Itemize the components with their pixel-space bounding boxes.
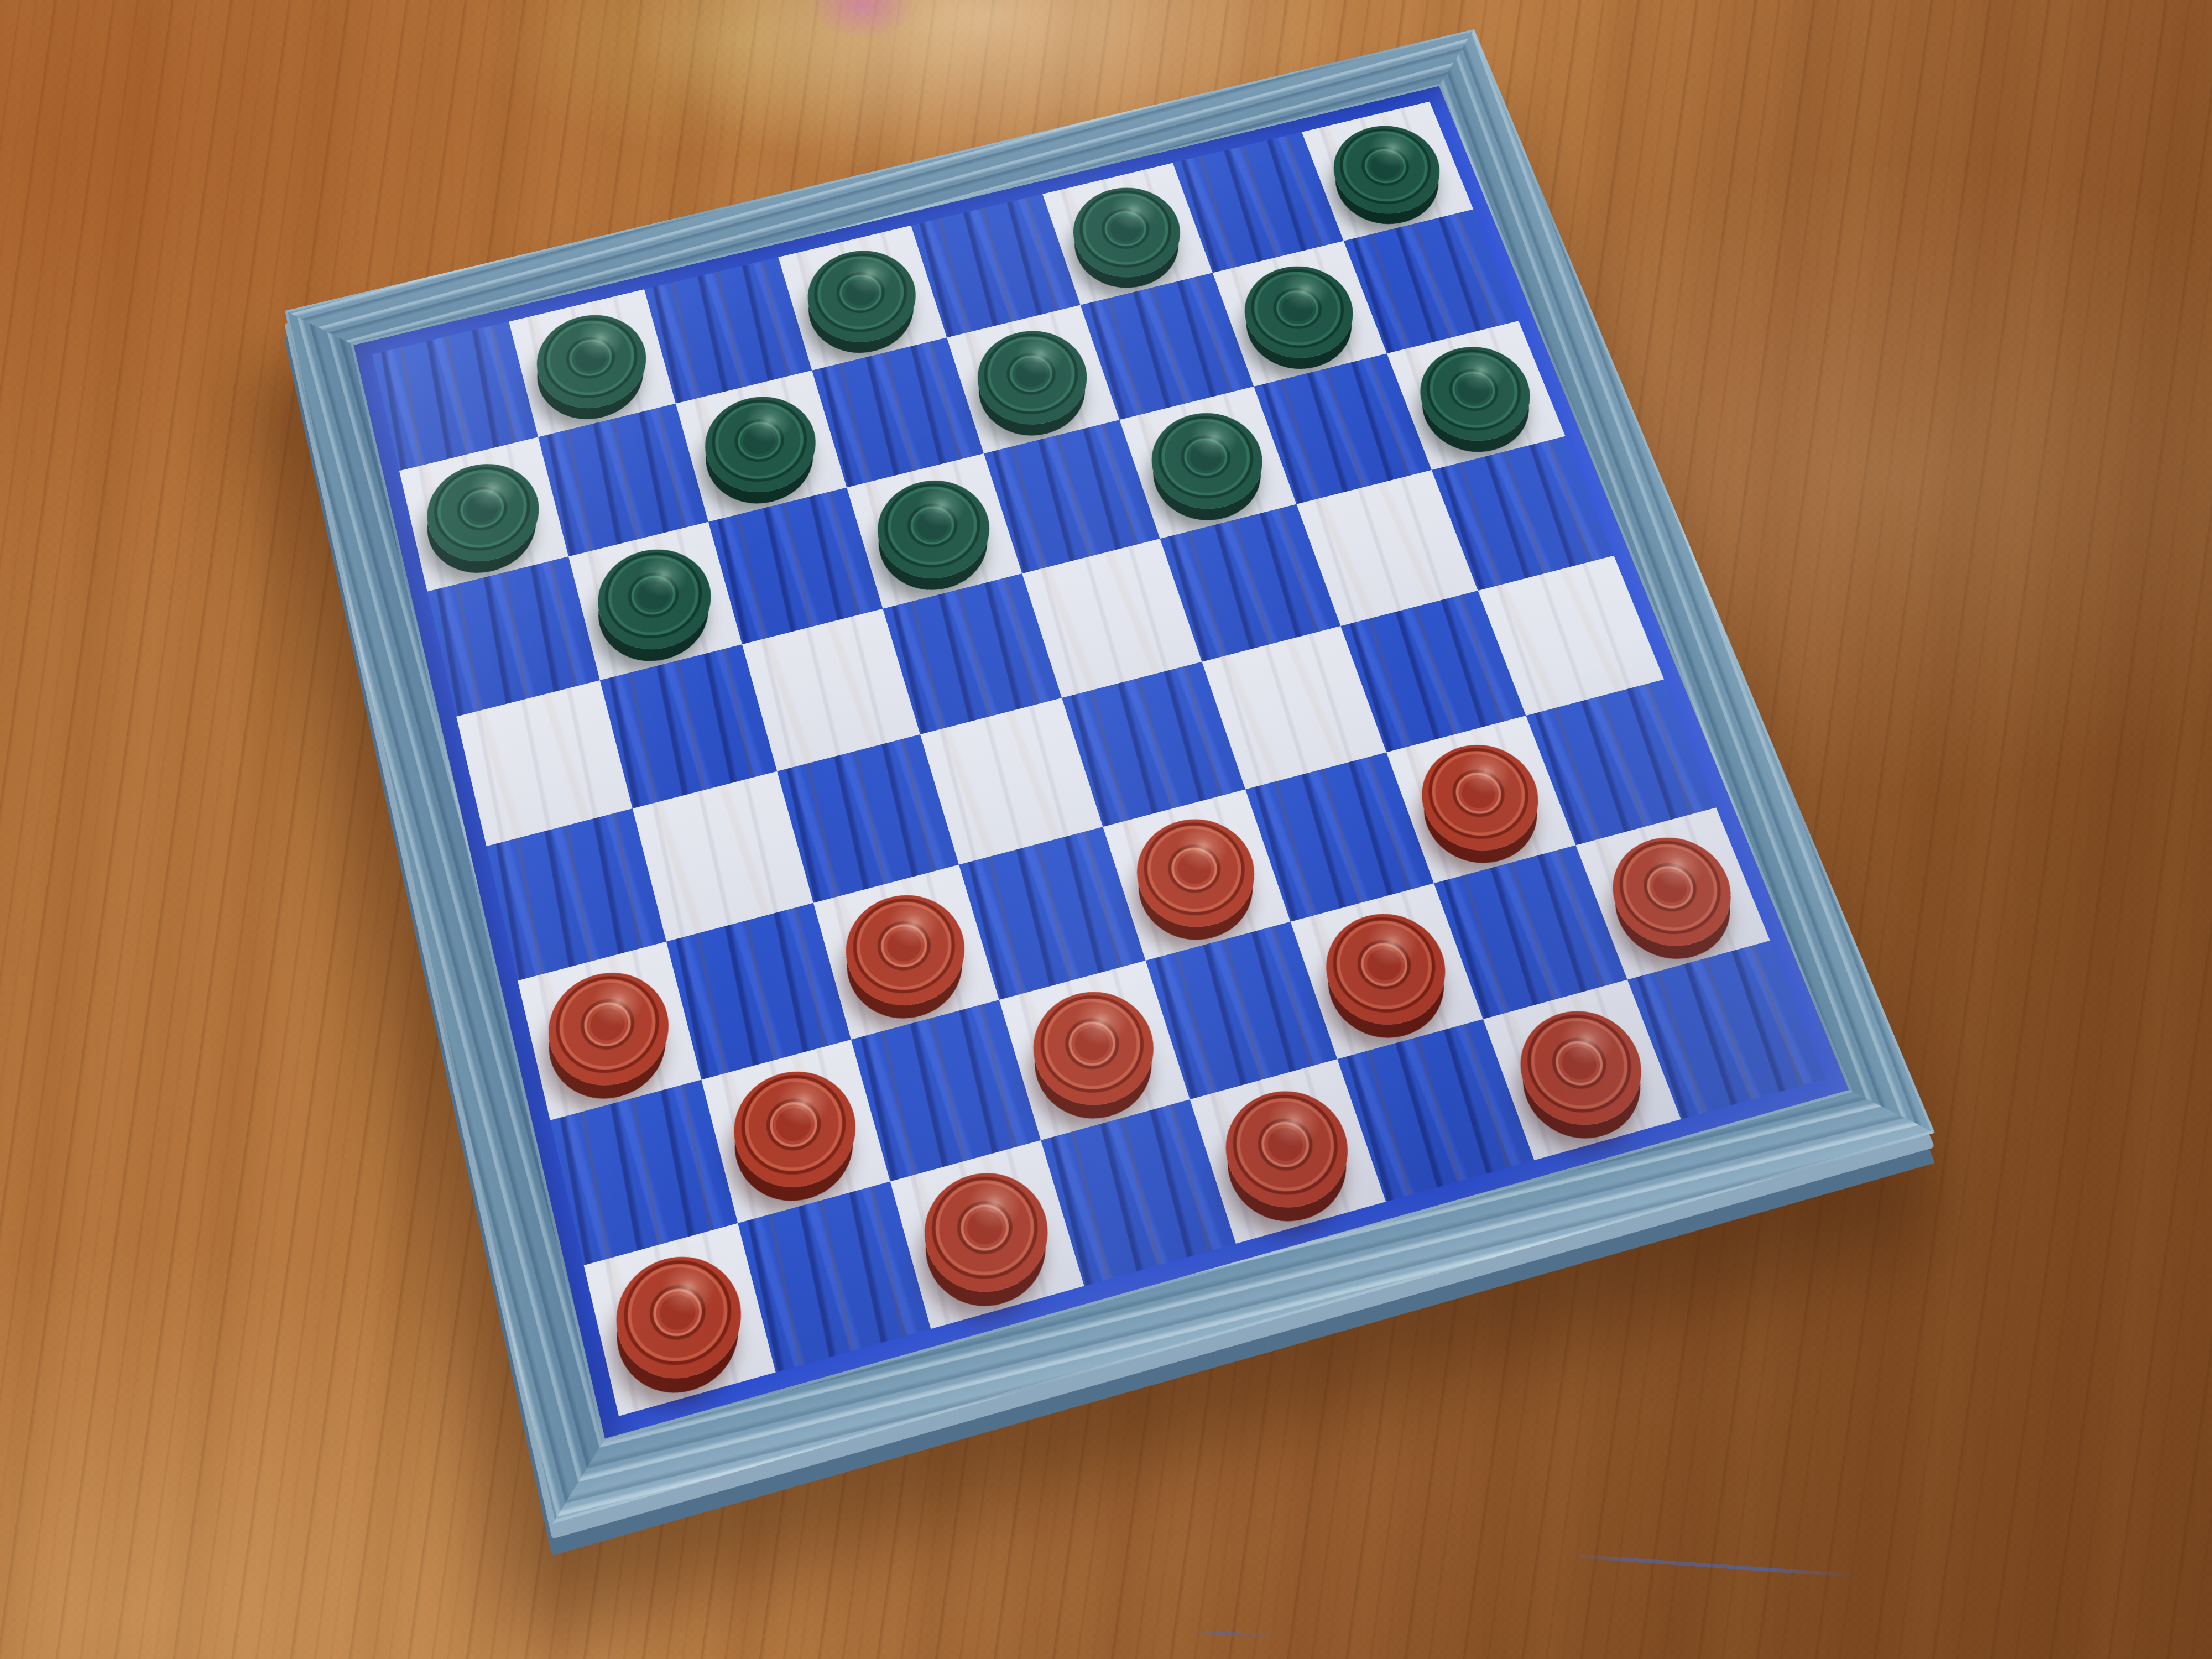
green-checker-h1[interactable] bbox=[1320, 116, 1454, 225]
red-checker-f7[interactable] bbox=[1311, 901, 1462, 1038]
red-checker-c6[interactable] bbox=[833, 882, 978, 1019]
green-checker-d3[interactable] bbox=[865, 469, 1002, 590]
green-checker-f1[interactable] bbox=[1061, 177, 1193, 288]
red-checker-c8[interactable] bbox=[911, 1159, 1062, 1306]
green-checker-b3[interactable] bbox=[587, 538, 723, 661]
green-checker-d1[interactable] bbox=[796, 240, 928, 353]
table-scuff-mark-2 bbox=[1189, 1630, 1277, 1638]
red-checker-g6[interactable] bbox=[1406, 732, 1554, 863]
green-checker-h3[interactable] bbox=[1406, 336, 1545, 452]
red-checker-e6[interactable] bbox=[1123, 806, 1269, 940]
red-checker-d7[interactable] bbox=[1019, 979, 1168, 1119]
red-checker-g8[interactable] bbox=[1504, 998, 1658, 1139]
green-checker-g2[interactable] bbox=[1231, 255, 1367, 369]
green-checker-f3[interactable] bbox=[1138, 401, 1276, 520]
table-scuff-mark-1 bbox=[1571, 1554, 1858, 1578]
red-checker-a8[interactable] bbox=[604, 1243, 754, 1393]
green-checker-e2[interactable] bbox=[965, 320, 1099, 435]
board-frame bbox=[285, 29, 1935, 1524]
red-checker-b7[interactable] bbox=[722, 1058, 869, 1201]
green-checker-a2[interactable] bbox=[418, 452, 550, 573]
red-checker-e8[interactable] bbox=[1211, 1078, 1363, 1222]
green-checker-b1[interactable] bbox=[526, 304, 656, 419]
checkers-board bbox=[285, 29, 1935, 1524]
table-surface bbox=[0, 0, 2212, 1659]
green-checker-c2[interactable] bbox=[694, 385, 827, 504]
red-checker-h7[interactable] bbox=[1597, 825, 1748, 959]
red-checker-a6[interactable] bbox=[538, 959, 681, 1099]
